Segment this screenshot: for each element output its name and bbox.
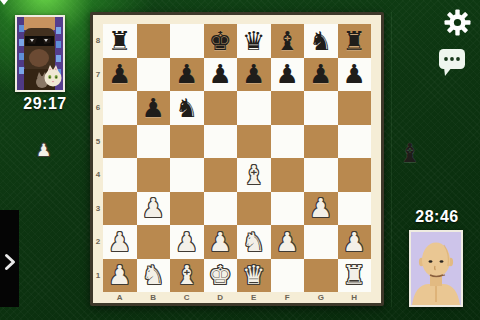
square-d2[interactable]: ♟ — [204, 225, 238, 259]
rank-label-4: 4 — [93, 158, 103, 192]
piece-bk: ♚ — [209, 28, 232, 54]
square-f5[interactable] — [271, 125, 305, 159]
panel-divider-line — [391, 12, 392, 307]
square-h8[interactable]: ♜ — [338, 24, 372, 58]
file-label-d: D — [204, 292, 238, 303]
square-g2[interactable] — [304, 225, 338, 259]
rank-label-1: 1 — [93, 259, 103, 293]
square-b7[interactable] — [137, 58, 171, 92]
rank-label-3: 3 — [93, 192, 103, 226]
piece-wk: ♚ — [209, 262, 232, 288]
opponent-clock: 29:17 — [14, 95, 76, 113]
square-c1[interactable]: ♝ — [170, 259, 204, 293]
square-h6[interactable] — [338, 91, 372, 125]
square-h4[interactable] — [338, 158, 372, 192]
square-a7[interactable]: ♟ — [103, 58, 137, 92]
square-c6[interactable]: ♞ — [170, 91, 204, 125]
rank-labels: 87654321 — [93, 24, 103, 292]
square-e8[interactable]: ♛ — [237, 24, 271, 58]
file-labels: ABCDEFGH — [103, 292, 371, 303]
square-b3[interactable]: ♟ — [137, 192, 171, 226]
piece-bp: ♟ — [209, 61, 232, 87]
square-a4[interactable] — [103, 158, 137, 192]
square-b5[interactable] — [137, 125, 171, 159]
square-c3[interactable] — [170, 192, 204, 226]
chess-board: 87654321 ♜♚♛♝♞♜♟♟♟♟♟♟♟♟♞♝♟♟♟♟♟♞♟♟♟♞♝♚♛♜ … — [90, 12, 384, 306]
square-e1[interactable]: ♛ — [237, 259, 271, 293]
piece-wb: ♝ — [175, 262, 198, 288]
square-e3[interactable] — [237, 192, 271, 226]
settings-gear-icon[interactable] — [444, 9, 471, 36]
square-g3[interactable]: ♟ — [304, 192, 338, 226]
rank-label-6: 6 — [93, 91, 103, 125]
square-g7[interactable]: ♟ — [304, 58, 338, 92]
square-c4[interactable] — [170, 158, 204, 192]
square-b8[interactable] — [137, 24, 171, 58]
piece-bq: ♛ — [242, 28, 265, 54]
square-f3[interactable] — [271, 192, 305, 226]
square-g1[interactable] — [304, 259, 338, 293]
piece-br: ♜ — [108, 28, 131, 54]
square-e6[interactable] — [237, 91, 271, 125]
square-h1[interactable]: ♜ — [338, 259, 372, 293]
square-b6[interactable]: ♟ — [137, 91, 171, 125]
chat-bubble-icon[interactable] — [438, 48, 466, 79]
board-grid[interactable]: ♜♚♛♝♞♜♟♟♟♟♟♟♟♟♞♝♟♟♟♟♟♞♟♟♟♞♝♚♛♜ — [103, 24, 371, 292]
piece-wp: ♟ — [276, 229, 299, 255]
square-e4[interactable]: ♝ — [237, 158, 271, 192]
player-avatar-image — [411, 232, 461, 305]
captured-black-bishop-icon: ♝ — [398, 138, 421, 168]
square-d4[interactable] — [204, 158, 238, 192]
square-d3[interactable] — [204, 192, 238, 226]
square-c7[interactable]: ♟ — [170, 58, 204, 92]
piece-wp: ♟ — [175, 229, 198, 255]
square-h3[interactable] — [338, 192, 372, 226]
square-a3[interactable] — [103, 192, 137, 226]
piece-bp: ♟ — [175, 61, 198, 87]
square-f8[interactable]: ♝ — [271, 24, 305, 58]
square-g5[interactable] — [304, 125, 338, 159]
square-e2[interactable]: ♞ — [237, 225, 271, 259]
square-a2[interactable]: ♟ — [103, 225, 137, 259]
piece-wp: ♟ — [142, 195, 165, 221]
game-screen: 29:17 ♟ 87654321 ♜♚♛♝♞♜♟♟♟♟♟♟♟♟♞♝♟♟♟♟♟♞♟… — [0, 0, 480, 320]
player-clock: 28:46 — [407, 208, 467, 226]
rank-label-7: 7 — [93, 58, 103, 92]
square-b2[interactable] — [137, 225, 171, 259]
piece-wp: ♟ — [108, 229, 131, 255]
dropdown-arrow-icon[interactable] — [0, 0, 8, 5]
square-e7[interactable]: ♟ — [237, 58, 271, 92]
square-d6[interactable] — [204, 91, 238, 125]
square-f7[interactable]: ♟ — [271, 58, 305, 92]
piece-wr: ♜ — [343, 262, 366, 288]
piece-wp: ♟ — [108, 262, 131, 288]
opponent-avatar — [15, 15, 65, 92]
file-label-a: A — [103, 292, 137, 303]
square-f1[interactable] — [271, 259, 305, 293]
square-d5[interactable] — [204, 125, 238, 159]
square-f2[interactable]: ♟ — [271, 225, 305, 259]
square-a1[interactable]: ♟ — [103, 259, 137, 293]
square-b1[interactable]: ♞ — [137, 259, 171, 293]
piece-wn: ♞ — [142, 262, 165, 288]
player-avatar — [409, 230, 463, 307]
piece-bp: ♟ — [309, 61, 332, 87]
file-label-c: C — [170, 292, 204, 303]
piece-br: ♜ — [343, 28, 366, 54]
rank-label-8: 8 — [93, 24, 103, 58]
square-g8[interactable]: ♞ — [304, 24, 338, 58]
square-a8[interactable]: ♜ — [103, 24, 137, 58]
square-d8[interactable]: ♚ — [204, 24, 238, 58]
piece-bp: ♟ — [242, 61, 265, 87]
piece-wb: ♝ — [242, 162, 265, 188]
captured-by-opponent: ♟ — [36, 142, 51, 159]
piece-bp: ♟ — [108, 61, 131, 87]
file-label-e: E — [237, 292, 271, 303]
piece-wq: ♛ — [242, 262, 265, 288]
file-label-h: H — [338, 292, 372, 303]
piece-wp: ♟ — [309, 195, 332, 221]
side-drawer-handle[interactable] — [0, 210, 19, 307]
file-label-f: F — [271, 292, 305, 303]
square-c2[interactable]: ♟ — [170, 225, 204, 259]
captured-by-player: ♝ — [398, 140, 421, 166]
rank-label-5: 5 — [93, 125, 103, 159]
square-g4[interactable] — [304, 158, 338, 192]
square-b4[interactable] — [137, 158, 171, 192]
piece-bb: ♝ — [276, 28, 299, 54]
square-c5[interactable] — [170, 125, 204, 159]
file-label-b: B — [137, 292, 171, 303]
square-d7[interactable]: ♟ — [204, 58, 238, 92]
square-f6[interactable] — [271, 91, 305, 125]
square-e5[interactable] — [237, 125, 271, 159]
square-f4[interactable] — [271, 158, 305, 192]
square-a6[interactable] — [103, 91, 137, 125]
opponent-avatar-image — [17, 17, 63, 90]
rank-label-2: 2 — [93, 225, 103, 259]
square-h2[interactable]: ♟ — [338, 225, 372, 259]
file-label-g: G — [304, 292, 338, 303]
piece-bp: ♟ — [276, 61, 299, 87]
piece-bp: ♟ — [343, 61, 366, 87]
piece-bn: ♞ — [309, 28, 332, 54]
piece-bp: ♟ — [142, 95, 165, 121]
piece-bn: ♞ — [175, 95, 198, 121]
square-h7[interactable]: ♟ — [338, 58, 372, 92]
square-c8[interactable] — [170, 24, 204, 58]
square-d1[interactable]: ♚ — [204, 259, 238, 293]
piece-wp: ♟ — [209, 229, 232, 255]
square-h5[interactable] — [338, 125, 372, 159]
chevron-right-icon — [4, 253, 16, 271]
captured-white-pawn-icon: ♟ — [36, 141, 51, 160]
piece-wn: ♞ — [242, 229, 265, 255]
square-a5[interactable] — [103, 125, 137, 159]
square-g6[interactable] — [304, 91, 338, 125]
piece-wp: ♟ — [343, 229, 366, 255]
